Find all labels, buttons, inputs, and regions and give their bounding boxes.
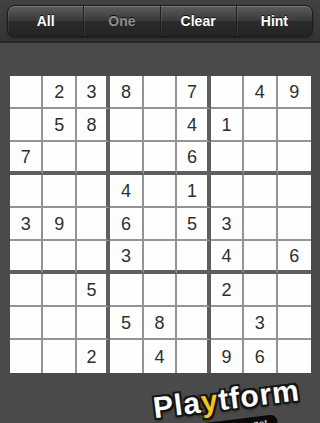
sudoku-cell-r4c6[interactable]: 1 [177,175,210,208]
sudoku-cell-r2c2[interactable]: 5 [43,109,76,142]
sudoku-cell-r3c7[interactable] [211,142,244,175]
sudoku-cell-r7c1[interactable] [10,274,43,307]
sudoku-cell-r8c8[interactable]: 3 [244,307,277,340]
sudoku-cell-r4c4[interactable]: 4 [110,175,143,208]
logo-part-1: Pla [151,385,203,423]
sudoku-cell-r7c4[interactable] [110,274,143,307]
sudoku-cell-r3c2[interactable] [43,142,76,175]
sudoku-cell-r1c6[interactable]: 7 [177,76,210,109]
sudoku-cell-r6c9[interactable]: 6 [278,241,311,274]
sudoku-cell-r1c7[interactable] [211,76,244,109]
sudoku-cell-r1c3[interactable]: 3 [77,76,110,109]
sudoku-cell-r6c1[interactable] [10,241,43,274]
sudoku-cell-r4c2[interactable] [43,175,76,208]
sudoku-cell-r5c1[interactable]: 3 [10,208,43,241]
sudoku-cell-r7c5[interactable] [144,274,177,307]
sudoku-cell-r4c7[interactable] [211,175,244,208]
sudoku-cell-r6c5[interactable] [144,241,177,274]
sudoku-cell-r2c5[interactable] [144,109,177,142]
sudoku-cell-r4c5[interactable] [144,175,177,208]
sudoku-cell-r6c7[interactable]: 4 [211,241,244,274]
sudoku-cell-r9c5[interactable]: 4 [144,340,177,373]
sudoku-cell-r1c2[interactable]: 2 [43,76,76,109]
sudoku-cell-r7c2[interactable] [43,274,76,307]
sudoku-cell-r6c2[interactable] [43,241,76,274]
sudoku-cell-r9c1[interactable] [10,340,43,373]
sudoku-cell-r7c9[interactable] [278,274,311,307]
sudoku-cell-r5c5[interactable] [144,208,177,241]
sudoku-cell-r3c3[interactable] [77,142,110,175]
sudoku-cell-r9c3[interactable]: 2 [77,340,110,373]
sudoku-cell-r9c7[interactable]: 9 [211,340,244,373]
sudoku-cell-r6c3[interactable] [77,241,110,274]
sudoku-cell-r2c1[interactable] [10,109,43,142]
sudoku-cell-r2c9[interactable] [278,109,311,142]
sudoku-cell-r6c4[interactable]: 3 [110,241,143,274]
sudoku-cell-r1c5[interactable] [144,76,177,109]
sudoku-cell-r9c4[interactable] [110,340,143,373]
clear-button[interactable]: Clear [161,6,237,36]
sudoku-cell-r3c6[interactable]: 6 [177,142,210,175]
sudoku-cell-r9c9[interactable] [278,340,311,373]
sudoku-cell-r3c9[interactable] [278,142,311,175]
toolbar: All One Clear Hint [0,0,320,43]
sudoku-cell-r8c6[interactable] [177,307,210,340]
app-screen: All One Clear Hint 238749584176413965334… [0,0,320,423]
sudoku-cell-r5c3[interactable] [77,208,110,241]
sudoku-cell-r3c4[interactable] [110,142,143,175]
sudoku-cell-r8c9[interactable] [278,307,311,340]
sudoku-cell-r8c4[interactable]: 5 [110,307,143,340]
sudoku-cell-r4c9[interactable] [278,175,311,208]
sudoku-cell-r8c7[interactable] [211,307,244,340]
sudoku-cell-r4c3[interactable] [77,175,110,208]
sudoku-cell-r8c5[interactable]: 8 [144,307,177,340]
sudoku-cell-r3c1[interactable]: 7 [10,142,43,175]
sudoku-cell-r5c6[interactable]: 5 [177,208,210,241]
sudoku-cell-r8c3[interactable] [77,307,110,340]
sudoku-cell-r4c8[interactable] [244,175,277,208]
sudoku-cell-r5c9[interactable] [278,208,311,241]
sudoku-cell-r9c6[interactable] [177,340,210,373]
sudoku-cell-r2c4[interactable] [110,109,143,142]
sudoku-cell-r9c8[interactable]: 6 [244,340,277,373]
sudoku-cell-r7c8[interactable] [244,274,277,307]
sudoku-cell-r7c3[interactable]: 5 [77,274,110,307]
playtform-logo-text: Playtform [135,371,318,423]
sudoku-cell-r1c4[interactable]: 8 [110,76,143,109]
sudoku-cell-r2c7[interactable]: 1 [211,109,244,142]
sudoku-cell-r9c2[interactable] [43,340,76,373]
sudoku-cell-r8c1[interactable] [10,307,43,340]
sudoku-cell-r1c8[interactable]: 4 [244,76,277,109]
sudoku-cell-r2c8[interactable] [244,109,277,142]
sudoku-cell-r5c7[interactable]: 3 [211,208,244,241]
sudoku-cell-r1c1[interactable] [10,76,43,109]
logo-part-3: tform [216,373,301,416]
all-button[interactable]: All [8,6,84,36]
sudoku-cell-r7c6[interactable] [177,274,210,307]
sudoku-cell-r4c1[interactable] [10,175,43,208]
sudoku-cell-r3c5[interactable] [144,142,177,175]
sudoku-cell-r8c2[interactable] [43,307,76,340]
one-button[interactable]: One [84,6,160,36]
sudoku-cell-r5c2[interactable]: 9 [43,208,76,241]
hint-button[interactable]: Hint [237,6,312,36]
playtform-logo: Playtform www.playtform.net [135,371,320,423]
sudoku-cell-r2c3[interactable]: 8 [77,109,110,142]
sudoku-cell-r6c6[interactable] [177,241,210,274]
sudoku-cell-r2c6[interactable]: 4 [177,109,210,142]
toolbar-segmented-control: All One Clear Hint [7,5,313,37]
sudoku-cell-r6c8[interactable] [244,241,277,274]
sudoku-cell-r5c4[interactable]: 6 [110,208,143,241]
sudoku-cell-r5c8[interactable] [244,208,277,241]
sudoku-cell-r3c8[interactable] [244,142,277,175]
sudoku-cell-r1c9[interactable]: 9 [278,76,311,109]
sudoku-cell-r7c7[interactable]: 2 [211,274,244,307]
sudoku-board: 2387495841764139653346525832496 [10,76,311,373]
